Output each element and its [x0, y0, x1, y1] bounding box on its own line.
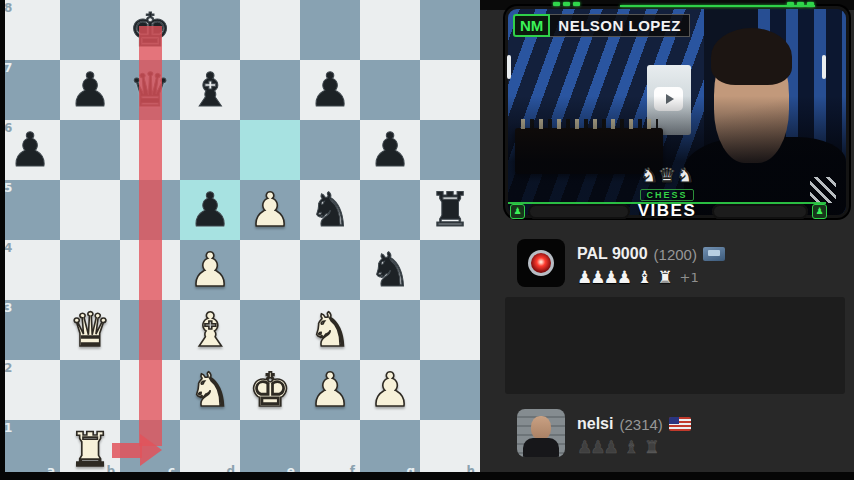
chess-vibes-logo: ♞♛♞ CHESS VIBES [612, 166, 722, 220]
player-top-name[interactable]: PAL 9000 [577, 245, 648, 263]
square-d7[interactable]: ♝ [180, 60, 240, 120]
hud-edge-dash-left [507, 55, 511, 79]
rank-label-7: 7 [4, 62, 12, 74]
square-h8[interactable] [420, 0, 480, 60]
square-a3[interactable]: 3 [0, 300, 60, 360]
rank-label-5: 5 [4, 182, 12, 194]
captured-piece: ♟ [604, 267, 617, 287]
captured-piece: ♝ [637, 267, 650, 287]
square-e1[interactable]: e [240, 420, 300, 480]
title-badge: NM [513, 14, 550, 37]
hud-pawn-cap-left: ♟ [510, 204, 525, 219]
rank-label-1: 1 [4, 422, 12, 434]
captured-piece: ♟ [604, 437, 617, 457]
square-h2[interactable] [420, 360, 480, 420]
stream-panel: NM NELSON LOPEZ ♟ ♟ ♞♛♞ CHESS VIBES PAL … [480, 0, 854, 480]
white-queen-b3[interactable]: ♛ [69, 300, 111, 360]
captured-piece: ♟ [617, 267, 630, 287]
square-a8[interactable]: 8 [0, 0, 60, 60]
square-a2[interactable]: 2 [0, 360, 60, 420]
black-pawn-d5[interactable]: ♟ [189, 180, 231, 240]
black-pawn-g6[interactable]: ♟ [369, 120, 411, 180]
white-pawn-f2[interactable]: ♟ [309, 360, 351, 420]
black-pawn-f7[interactable]: ♟ [309, 60, 351, 120]
square-h6[interactable] [420, 120, 480, 180]
square-f1[interactable]: f [300, 420, 360, 480]
square-b4[interactable] [60, 240, 120, 300]
square-f8[interactable] [300, 0, 360, 60]
hud-green-line-top [620, 5, 815, 7]
player-top-info[interactable]: PAL 9000 (1200) [577, 245, 725, 263]
square-a1[interactable]: 1a [0, 420, 60, 480]
square-d6[interactable] [180, 120, 240, 180]
white-pawn-e5[interactable]: ♟ [249, 180, 291, 240]
square-a5[interactable]: 5 [0, 180, 60, 240]
square-b6[interactable] [60, 120, 120, 180]
square-e3[interactable] [240, 300, 300, 360]
square-h4[interactable] [420, 240, 480, 300]
square-b3[interactable]: ♛ [60, 300, 120, 360]
avatar-pal9000[interactable] [517, 239, 565, 287]
portrait-shirt [523, 438, 559, 457]
captured-glyphs-bottom: ♟♟♟♝♜ [577, 437, 657, 457]
black-pawn-a6[interactable]: ♟ [9, 120, 51, 180]
rank-label-3: 3 [4, 302, 12, 314]
square-h3[interactable] [420, 300, 480, 360]
board-squares: 8♚7♟♛♝♟6♟♟5♟♟♞♜4♟♞3♛♝♞2♞♚♟♟1ab♜cdefgh [0, 0, 480, 480]
hud-corner-stripes [810, 177, 836, 203]
square-b1[interactable]: b♜ [60, 420, 120, 480]
captured-piece: ♟ [590, 267, 603, 287]
captured-piece: ♟ [590, 437, 603, 457]
square-e8[interactable] [240, 0, 300, 60]
captured-glyphs-top: ♟♟♟♟♝♜ [577, 267, 671, 287]
letterbox-bottom [0, 472, 854, 480]
square-a7[interactable]: 7 [0, 60, 60, 120]
player-bottom-info[interactable]: nelsi (2314) [577, 415, 691, 433]
analysis-arrow-head [140, 434, 162, 466]
square-g6[interactable]: ♟ [360, 120, 420, 180]
analysis-line-c-file [139, 26, 162, 446]
captured-piece: ♟ [577, 267, 590, 287]
player-top-rating: (1200) [654, 246, 697, 263]
captured-pieces-top: ♟♟♟♟♝♜ +1 [577, 267, 699, 287]
black-bishop-d7[interactable]: ♝ [189, 60, 231, 120]
streamer-hair [711, 28, 792, 86]
white-rook-b1[interactable]: ♜ [69, 420, 111, 480]
square-e4[interactable] [240, 240, 300, 300]
avatar-nelsi[interactable] [517, 409, 565, 457]
hud-edge-dash-right [822, 55, 826, 79]
streamer-name: NELSON LOPEZ [550, 14, 690, 37]
black-rook-h5[interactable]: ♜ [429, 180, 471, 240]
square-d3[interactable]: ♝ [180, 300, 240, 360]
white-knight-f3[interactable]: ♞ [309, 300, 351, 360]
square-h5[interactable]: ♜ [420, 180, 480, 240]
rank-label-8: 8 [4, 2, 12, 14]
square-h1[interactable]: h [420, 420, 480, 480]
chess-board[interactable]: 8♚7♟♛♝♟6♟♟5♟♟♞♜4♟♞3♛♝♞2♞♚♟♟1ab♜cdefgh [0, 0, 480, 480]
player-bottom-name[interactable]: nelsi [577, 415, 613, 433]
logo-text-vibes: VIBES [612, 202, 722, 220]
hud-led-dots-left [553, 2, 580, 6]
square-g2[interactable]: ♟ [360, 360, 420, 420]
rank-label-4: 4 [4, 242, 12, 254]
square-f5[interactable]: ♞ [300, 180, 360, 240]
square-d2[interactable]: ♞ [180, 360, 240, 420]
square-g7[interactable] [360, 60, 420, 120]
computer-flag-icon [703, 247, 725, 261]
square-b5[interactable] [60, 180, 120, 240]
square-e7[interactable] [240, 60, 300, 120]
square-f6[interactable] [300, 120, 360, 180]
square-d4[interactable]: ♟ [180, 240, 240, 300]
white-king-e2[interactable]: ♚ [249, 360, 291, 420]
material-advantage: +1 [680, 270, 699, 285]
black-knight-g4[interactable]: ♞ [369, 240, 411, 300]
square-f7[interactable]: ♟ [300, 60, 360, 120]
hud-pill-right [712, 204, 808, 219]
captured-pieces-bottom: ♟♟♟♝♜ [577, 437, 657, 457]
logo-pieces-icon: ♞♛♞ [612, 166, 722, 184]
square-e6[interactable] [240, 120, 300, 180]
square-b8[interactable] [60, 0, 120, 60]
square-g5[interactable] [360, 180, 420, 240]
stream-screen: 8♚7♟♛♝♟6♟♟5♟♟♞♜4♟♞3♛♝♞2♞♚♟♟1ab♜cdefgh [0, 0, 854, 480]
square-e2[interactable]: ♚ [240, 360, 300, 420]
square-a4[interactable]: 4 [0, 240, 60, 300]
logo-text-chess: CHESS [640, 189, 693, 201]
hal-eye-icon [531, 253, 551, 273]
white-bishop-d3[interactable]: ♝ [189, 300, 231, 360]
square-e5[interactable]: ♟ [240, 180, 300, 240]
square-d8[interactable] [180, 0, 240, 60]
captured-piece: ♟ [577, 437, 590, 457]
rank-label-2: 2 [4, 362, 12, 374]
captured-piece: ♜ [657, 267, 670, 287]
portrait-face [531, 416, 551, 440]
captured-piece: ♜ [644, 437, 657, 457]
square-a6[interactable]: 6♟ [0, 120, 60, 180]
square-g8[interactable] [360, 0, 420, 60]
analysis-arrow-b1-c1 [112, 443, 142, 458]
square-f2[interactable]: ♟ [300, 360, 360, 420]
us-flag-icon [669, 417, 691, 431]
black-pawn-b7[interactable]: ♟ [69, 60, 111, 120]
square-g4[interactable]: ♞ [360, 240, 420, 300]
letterbox-left [0, 0, 5, 480]
white-pawn-g2[interactable]: ♟ [369, 360, 411, 420]
square-h7[interactable] [420, 60, 480, 120]
square-d1[interactable]: d [180, 420, 240, 480]
player-bottom-rating: (2314) [619, 416, 662, 433]
square-f4[interactable] [300, 240, 360, 300]
panel-empty-box [505, 297, 845, 394]
square-b2[interactable] [60, 360, 120, 420]
square-b7[interactable]: ♟ [60, 60, 120, 120]
captured-piece: ♝ [624, 437, 637, 457]
square-d5[interactable]: ♟ [180, 180, 240, 240]
streamer-name-badge: NM NELSON LOPEZ [513, 14, 690, 37]
square-g3[interactable] [360, 300, 420, 360]
black-knight-f5[interactable]: ♞ [309, 180, 351, 240]
square-g1[interactable]: g [360, 420, 420, 480]
white-pawn-d4[interactable]: ♟ [189, 240, 231, 300]
white-knight-d2[interactable]: ♞ [189, 360, 231, 420]
square-f3[interactable]: ♞ [300, 300, 360, 360]
hud-pawn-cap-right: ♟ [812, 204, 827, 219]
